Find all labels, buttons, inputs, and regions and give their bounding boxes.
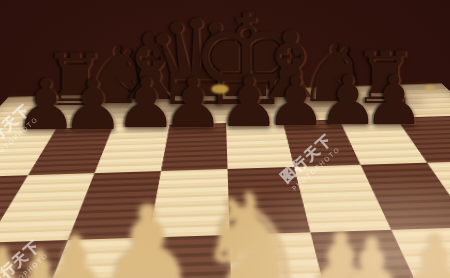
white-pawn: ♟	[100, 192, 197, 278]
white-pawn: ♟	[337, 228, 407, 278]
black-pawn: ♟	[364, 67, 425, 135]
white-pawn: ♟	[398, 224, 450, 278]
photo-stage: ♜♞♝♛♚♝♞♜♟♟♟♟♟♟♟♟♟♟♟♟♞♟♟♟ 图行天下PHOTOPHOTO图…	[0, 0, 450, 278]
black-pawn: ♟	[162, 69, 224, 138]
white-knight: ♞	[193, 176, 313, 278]
